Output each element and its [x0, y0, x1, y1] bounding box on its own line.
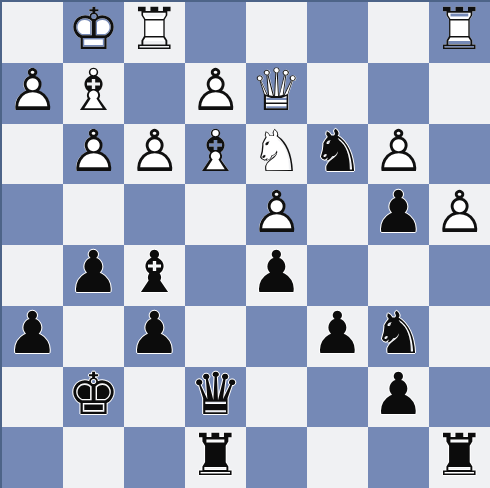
square-b8[interactable]: [368, 427, 429, 488]
white-rook-piece[interactable]: ♜♖: [124, 2, 185, 63]
square-d7[interactable]: [246, 367, 307, 428]
piece-outline-glyph: ♗: [190, 122, 242, 180]
white-pawn-piece[interactable]: ♟♙: [63, 124, 124, 185]
white-king-piece[interactable]: ♚♔: [63, 2, 124, 63]
square-h8[interactable]: [2, 427, 63, 488]
white-pawn-piece[interactable]: ♟♙: [2, 63, 63, 124]
piece-outline-glyph: ♙: [7, 61, 59, 119]
square-g3[interactable]: ♟♙: [63, 124, 124, 185]
piece-outline-glyph: ♙: [68, 122, 120, 180]
square-d8[interactable]: [246, 427, 307, 488]
black-knight-piece[interactable]: ♞: [307, 124, 368, 185]
black-rook-piece[interactable]: ♜: [429, 427, 490, 488]
piece-outline-glyph: ♙: [434, 183, 486, 241]
square-g5[interactable]: ♟: [63, 245, 124, 306]
square-g8[interactable]: [63, 427, 124, 488]
square-f7[interactable]: [124, 367, 185, 428]
black-king-piece[interactable]: ♚: [63, 367, 124, 428]
white-pawn-piece[interactable]: ♟♙: [124, 124, 185, 185]
piece-outline-glyph: ♖: [434, 0, 486, 58]
square-e6[interactable]: [185, 306, 246, 367]
black-queen-piece[interactable]: ♛: [185, 367, 246, 428]
piece-glyph: ♟: [373, 365, 425, 423]
square-h3[interactable]: [2, 124, 63, 185]
black-pawn-piece[interactable]: ♟: [63, 245, 124, 306]
square-d3[interactable]: ♞♘: [246, 124, 307, 185]
square-c5[interactable]: [307, 245, 368, 306]
square-b4[interactable]: ♟: [368, 184, 429, 245]
square-f2[interactable]: [124, 63, 185, 124]
square-b1[interactable]: [368, 2, 429, 63]
square-d2[interactable]: ♛♕: [246, 63, 307, 124]
square-d1[interactable]: [246, 2, 307, 63]
square-b7[interactable]: ♟: [368, 367, 429, 428]
square-a6[interactable]: [429, 306, 490, 367]
white-bishop-piece[interactable]: ♝♗: [185, 124, 246, 185]
square-h5[interactable]: [2, 245, 63, 306]
square-f4[interactable]: [124, 184, 185, 245]
black-bishop-piece[interactable]: ♝: [124, 245, 185, 306]
board-frame: ♚♔♜♖♜♖♟♙♝♗♟♙♛♕♟♙♟♙♝♗♞♘♞♟♙♟♙♟♟♙♟♝♟♟♟♟♞♚♛♟…: [0, 0, 490, 488]
piece-outline-glyph: ♔: [68, 0, 120, 58]
square-f5[interactable]: ♝: [124, 245, 185, 306]
square-h1[interactable]: [2, 2, 63, 63]
square-c3[interactable]: ♞: [307, 124, 368, 185]
square-b3[interactable]: ♟♙: [368, 124, 429, 185]
black-pawn-piece[interactable]: ♟: [368, 367, 429, 428]
piece-outline-glyph: ♙: [373, 122, 425, 180]
square-a5[interactable]: [429, 245, 490, 306]
square-h7[interactable]: [2, 367, 63, 428]
piece-glyph: ♚: [68, 365, 120, 423]
piece-outline-glyph: ♕: [251, 61, 303, 119]
square-e8[interactable]: ♜: [185, 427, 246, 488]
square-g2[interactable]: ♝♗: [63, 63, 124, 124]
piece-glyph: ♞: [312, 122, 364, 180]
piece-glyph: ♟: [312, 304, 364, 362]
square-c1[interactable]: [307, 2, 368, 63]
square-h4[interactable]: [2, 184, 63, 245]
square-f6[interactable]: ♟: [124, 306, 185, 367]
square-d4[interactable]: ♟♙: [246, 184, 307, 245]
white-queen-piece[interactable]: ♛♕: [246, 63, 307, 124]
piece-glyph: ♜: [190, 426, 242, 484]
black-pawn-piece[interactable]: ♟: [124, 306, 185, 367]
square-c6[interactable]: ♟: [307, 306, 368, 367]
piece-outline-glyph: ♙: [251, 183, 303, 241]
black-pawn-piece[interactable]: ♟: [368, 184, 429, 245]
square-d5[interactable]: ♟: [246, 245, 307, 306]
square-b5[interactable]: [368, 245, 429, 306]
piece-outline-glyph: ♗: [68, 61, 120, 119]
square-d6[interactable]: [246, 306, 307, 367]
square-a2[interactable]: [429, 63, 490, 124]
square-f1[interactable]: ♜♖: [124, 2, 185, 63]
piece-glyph: ♟: [129, 304, 181, 362]
square-e4[interactable]: [185, 184, 246, 245]
square-b6[interactable]: ♞: [368, 306, 429, 367]
piece-glyph: ♝: [129, 243, 181, 301]
square-c2[interactable]: [307, 63, 368, 124]
square-e5[interactable]: [185, 245, 246, 306]
black-pawn-piece[interactable]: ♟: [307, 306, 368, 367]
square-e1[interactable]: [185, 2, 246, 63]
square-f8[interactable]: [124, 427, 185, 488]
square-e3[interactable]: ♝♗: [185, 124, 246, 185]
black-rook-piece[interactable]: ♜: [185, 427, 246, 488]
square-a7[interactable]: [429, 367, 490, 428]
white-pawn-piece[interactable]: ♟♙: [429, 184, 490, 245]
piece-glyph: ♟: [7, 304, 59, 362]
square-a3[interactable]: [429, 124, 490, 185]
white-knight-piece[interactable]: ♞♘: [246, 124, 307, 185]
piece-glyph: ♟: [373, 183, 425, 241]
square-g4[interactable]: [63, 184, 124, 245]
square-c4[interactable]: [307, 184, 368, 245]
piece-glyph: ♞: [373, 304, 425, 362]
black-pawn-piece[interactable]: ♟: [246, 245, 307, 306]
white-bishop-piece[interactable]: ♝♗: [63, 63, 124, 124]
black-pawn-piece[interactable]: ♟: [2, 306, 63, 367]
square-g1[interactable]: ♚♔: [63, 2, 124, 63]
chess-board: ♚♔♜♖♜♖♟♙♝♗♟♙♛♕♟♙♟♙♝♗♞♘♞♟♙♟♙♟♟♙♟♝♟♟♟♟♞♚♛♟…: [2, 2, 490, 488]
square-e7[interactable]: ♛: [185, 367, 246, 428]
piece-glyph: ♜: [434, 426, 486, 484]
piece-outline-glyph: ♖: [129, 0, 181, 58]
white-pawn-piece[interactable]: ♟♙: [368, 124, 429, 185]
square-a4[interactable]: ♟♙: [429, 184, 490, 245]
piece-outline-glyph: ♙: [129, 122, 181, 180]
square-h6[interactable]: ♟: [2, 306, 63, 367]
piece-outline-glyph: ♘: [251, 122, 303, 180]
square-h2[interactable]: ♟♙: [2, 63, 63, 124]
square-b2[interactable]: [368, 63, 429, 124]
black-knight-piece[interactable]: ♞: [368, 306, 429, 367]
white-pawn-piece[interactable]: ♟♙: [185, 63, 246, 124]
piece-glyph: ♟: [251, 243, 303, 301]
white-rook-piece[interactable]: ♜♖: [429, 2, 490, 63]
piece-glyph: ♛: [190, 365, 242, 423]
square-c7[interactable]: [307, 367, 368, 428]
white-pawn-piece[interactable]: ♟♙: [246, 184, 307, 245]
square-a1[interactable]: ♜♖: [429, 2, 490, 63]
square-g6[interactable]: [63, 306, 124, 367]
square-a8[interactable]: ♜: [429, 427, 490, 488]
piece-glyph: ♟: [68, 243, 120, 301]
square-c8[interactable]: [307, 427, 368, 488]
square-g7[interactable]: ♚: [63, 367, 124, 428]
piece-outline-glyph: ♙: [190, 61, 242, 119]
square-e2[interactable]: ♟♙: [185, 63, 246, 124]
square-f3[interactable]: ♟♙: [124, 124, 185, 185]
